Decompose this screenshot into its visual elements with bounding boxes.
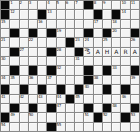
cell-r5c11[interactable] — [94, 38, 102, 46]
clue-number: 33 — [112, 66, 116, 70]
cell-r13c13[interactable] — [112, 113, 120, 121]
black-cell-r8c4 — [29, 66, 37, 74]
cell-r5c10[interactable]: 24 — [84, 38, 92, 46]
black-cell-r10c1 — [1, 85, 9, 93]
cell-r9c6[interactable]: 37 — [47, 76, 55, 84]
cell-r10c13[interactable] — [112, 85, 120, 93]
cell-r11c12[interactable] — [103, 95, 111, 103]
black-cell-r13c1 — [1, 113, 9, 121]
clue-number: 21 — [1, 38, 5, 42]
cell-r6c8[interactable] — [66, 48, 74, 56]
clue-number: 38 — [94, 76, 98, 80]
cell-r6c14[interactable]: R — [121, 48, 129, 56]
cell-r12c5[interactable] — [38, 104, 46, 112]
cell-r10c10[interactable]: 40 — [84, 85, 92, 93]
cell-r3c4[interactable] — [29, 20, 37, 28]
cell-r1c14[interactable]: 10 — [121, 1, 129, 9]
cell-r11c13[interactable] — [112, 95, 120, 103]
black-cell-r12c15 — [131, 104, 139, 112]
clue-number: 47 — [57, 104, 61, 108]
cell-r2c10[interactable] — [84, 10, 92, 18]
cell-r3c2[interactable] — [10, 20, 18, 28]
cell-r3c6[interactable] — [47, 20, 55, 28]
black-cell-r12c2 — [10, 104, 18, 112]
clue-number: 20 — [112, 29, 116, 33]
clue-number: 8 — [94, 1, 96, 5]
cell-r10c11[interactable] — [94, 85, 102, 93]
cell-r11c7[interactable]: 44 — [57, 95, 65, 103]
cell-r2c3[interactable] — [20, 10, 28, 18]
cell-r9c7[interactable] — [57, 76, 65, 84]
cell-r1c2[interactable]: 1 — [10, 1, 18, 9]
cell-r14c4[interactable] — [29, 123, 37, 131]
cell-r13c3[interactable] — [20, 113, 28, 121]
cell-r8c5[interactable] — [38, 66, 46, 74]
cell-r1c7[interactable]: 5 — [57, 1, 65, 9]
cell-r4c13[interactable]: 20 — [112, 29, 120, 37]
clue-number: 23 — [75, 38, 79, 42]
cell-r2c4[interactable] — [29, 10, 37, 18]
cell-r2c9[interactable] — [75, 10, 83, 18]
cell-r7c5[interactable] — [38, 57, 46, 65]
cell-r8c8[interactable] — [66, 66, 74, 74]
cell-r13c2[interactable]: 49 — [10, 113, 18, 121]
cell-r14c7[interactable]: 55 — [57, 123, 65, 131]
clue-number: 48 — [112, 104, 116, 108]
cell-r8c13[interactable]: 33 — [112, 66, 120, 74]
clue-number: 36 — [29, 76, 33, 80]
black-cell-r10c12 — [103, 85, 111, 93]
black-cell-r10c3 — [20, 85, 28, 93]
cell-r14c15[interactable] — [131, 123, 139, 131]
cell-r6c13[interactable]: A — [112, 48, 120, 56]
black-cell-r14c6 — [47, 123, 55, 131]
black-cell-r2c11 — [94, 10, 102, 18]
cell-r7c14[interactable] — [121, 57, 129, 65]
clue-number: 24 — [84, 38, 88, 42]
black-cell-r12c12 — [103, 104, 111, 112]
cell-r11c6[interactable] — [47, 95, 55, 103]
filled-letter: H — [103, 49, 111, 56]
cell-r8c14[interactable] — [121, 66, 129, 74]
cell-r10c6[interactable] — [47, 85, 55, 93]
clue-number: 9 — [103, 1, 105, 5]
cell-r12c13[interactable]: 48 — [112, 104, 120, 112]
cell-r14c12[interactable] — [103, 123, 111, 131]
cell-r1c5[interactable] — [38, 1, 46, 9]
clue-number: 40 — [84, 85, 88, 89]
cell-r8c7[interactable]: 32 — [57, 66, 65, 74]
cell-r13c15[interactable]: 53 — [131, 113, 139, 121]
cell-r5c1[interactable]: 21 — [1, 38, 9, 46]
cell-r11c2[interactable] — [10, 95, 18, 103]
cell-r3c5[interactable]: 16 — [38, 20, 46, 28]
cell-r11c14[interactable]: 46 — [121, 95, 129, 103]
clue-number: 4 — [47, 1, 49, 5]
cell-r3c11[interactable]: 17 — [94, 20, 102, 28]
clue-number: 6 — [66, 1, 68, 5]
clue-number: 41 — [1, 95, 5, 99]
cell-r3c15[interactable] — [131, 20, 139, 28]
black-cell-r8c15 — [131, 66, 139, 74]
cell-r6c15[interactable]: A — [131, 48, 139, 56]
clue-number: 52 — [103, 113, 107, 117]
cell-r3c10[interactable] — [84, 20, 92, 28]
cell-r13c4[interactable]: 50 — [29, 113, 37, 121]
clue-number: 12 — [10, 10, 14, 14]
filled-letter: S — [84, 49, 92, 56]
clue-number: 26 — [131, 38, 135, 42]
clue-number: 22 — [29, 38, 33, 42]
cell-r12c9[interactable] — [75, 104, 83, 112]
cell-r1c15[interactable]: 11 — [131, 1, 139, 9]
black-cell-r10c5 — [38, 85, 46, 93]
cell-r12c14[interactable] — [121, 104, 129, 112]
cell-r7c2[interactable] — [10, 57, 18, 65]
clue-number: 19 — [57, 29, 61, 33]
cell-r9c3[interactable] — [20, 76, 28, 84]
cell-r9c4[interactable]: 36 — [29, 76, 37, 84]
cell-r9c12[interactable] — [103, 76, 111, 84]
cell-r7c4[interactable] — [29, 57, 37, 65]
cell-r11c15[interactable] — [131, 95, 139, 103]
cell-r7c8[interactable] — [66, 57, 74, 65]
cell-r7c10[interactable] — [84, 57, 92, 65]
clue-number: 13 — [47, 10, 51, 14]
cell-r13c8[interactable] — [66, 113, 74, 121]
cell-r5c12[interactable]: 25 — [103, 38, 111, 46]
cell-r11c4[interactable] — [29, 95, 37, 103]
cell-r12c11[interactable] — [94, 104, 102, 112]
cell-r5c13[interactable] — [112, 38, 120, 46]
clue-number: 37 — [47, 76, 51, 80]
cell-r3c12[interactable] — [103, 20, 111, 28]
cell-r9c2[interactable]: 35 — [10, 76, 18, 84]
black-cell-r6c6 — [47, 48, 55, 56]
cell-r7c12[interactable] — [103, 57, 111, 65]
cell-r9c9[interactable] — [75, 76, 83, 84]
black-cell-r8c2 — [10, 66, 18, 74]
cell-r2c7[interactable] — [57, 10, 65, 18]
clue-number: 55 — [57, 123, 61, 127]
cell-r5c14[interactable] — [121, 38, 129, 46]
cell-r2c2[interactable]: 12 — [10, 10, 18, 18]
cell-r13c9[interactable] — [75, 113, 83, 121]
clue-number: 50 — [29, 113, 33, 117]
clue-number: 35 — [10, 76, 14, 80]
clue-number: 42 — [20, 95, 24, 99]
black-cell-r4c10 — [84, 29, 92, 37]
clue-number: 28 — [57, 48, 61, 52]
black-cell-r9c10 — [84, 76, 92, 84]
clue-number: 17 — [94, 20, 98, 24]
cell-r12c3[interactable] — [20, 104, 28, 112]
black-cell-r8c12 — [103, 66, 111, 74]
black-cell-r4c4 — [29, 29, 37, 37]
clue-number: 25 — [103, 38, 107, 42]
black-cell-r5c8 — [66, 38, 74, 46]
black-cell-r10c9 — [75, 85, 83, 93]
clue-number: 32 — [57, 66, 61, 70]
cell-r4c11[interactable] — [94, 29, 102, 37]
cell-r14c3[interactable] — [20, 123, 28, 131]
cell-r14c9[interactable] — [75, 123, 83, 131]
cell-r14c5[interactable] — [38, 123, 46, 131]
cell-r6c5[interactable] — [38, 48, 46, 56]
cell-r4c9[interactable] — [75, 29, 83, 37]
clue-number: 14 — [121, 10, 125, 14]
clue-number: 30 — [1, 57, 5, 61]
clue-number: 1 — [10, 1, 12, 5]
cell-r6c4[interactable] — [29, 48, 37, 56]
clue-number: 16 — [38, 20, 42, 24]
cell-r5c15[interactable]: 26 — [131, 38, 139, 46]
cell-r1c12[interactable]: 9 — [103, 1, 111, 9]
cell-r1c8[interactable]: 6 — [66, 1, 74, 9]
cell-r14c11[interactable] — [94, 123, 102, 131]
cell-r13c10[interactable]: 51 — [84, 113, 92, 121]
cell-r6c7[interactable]: 28 — [57, 48, 65, 56]
cell-r4c8[interactable] — [66, 29, 74, 37]
clue-number: 15 — [1, 20, 5, 24]
cell-r7c1[interactable]: 30 — [1, 57, 9, 65]
cell-r5c6[interactable] — [47, 38, 55, 46]
crossword-grid: 1234567891011121314151617181920212223242… — [0, 0, 140, 132]
cell-r11c3[interactable]: 42 — [20, 95, 28, 103]
clue-number: 44 — [57, 95, 61, 99]
black-cell-r4c15 — [131, 29, 139, 37]
cell-r12c8[interactable] — [66, 104, 74, 112]
cell-r11c5[interactable]: 43 — [38, 95, 46, 103]
clue-number: 43 — [38, 95, 42, 99]
cell-r2c12[interactable] — [103, 10, 111, 18]
clue-number: 51 — [84, 113, 88, 117]
black-cell-r2c5 — [38, 10, 46, 18]
black-cell-r8c10 — [84, 66, 92, 74]
cell-r14c1[interactable]: 54 — [1, 123, 9, 131]
cell-r7c11[interactable] — [94, 57, 102, 65]
cell-r1c11[interactable]: 8 — [94, 1, 102, 9]
cell-r6c1[interactable] — [1, 48, 9, 56]
cell-r4c1[interactable] — [1, 29, 9, 37]
cell-r4c7[interactable]: 19 — [57, 29, 65, 37]
clue-number: 5 — [57, 1, 59, 5]
cell-r5c3[interactable] — [20, 38, 28, 46]
cell-r11c11[interactable] — [94, 95, 102, 103]
cell-r7c15[interactable] — [131, 57, 139, 65]
cell-r5c2[interactable] — [10, 38, 18, 46]
cell-r3c14[interactable] — [121, 20, 129, 28]
cell-r11c9[interactable]: 45 — [75, 95, 83, 103]
cell-r4c5[interactable] — [38, 29, 46, 37]
black-cell-r6c2 — [10, 48, 18, 56]
cell-r5c5[interactable] — [38, 38, 46, 46]
cell-r9c14[interactable] — [121, 76, 129, 84]
black-cell-r4c2 — [10, 29, 18, 37]
clue-number: 3 — [29, 1, 31, 5]
filled-letter: R — [121, 49, 129, 56]
cell-r6c11[interactable]: A — [94, 48, 102, 56]
cell-r8c3[interactable] — [20, 66, 28, 74]
cell-r14c13[interactable] — [112, 123, 120, 131]
black-cell-r1c1 — [1, 1, 9, 9]
cell-r2c14[interactable]: 14 — [121, 10, 129, 18]
cell-r7c3[interactable] — [20, 57, 28, 65]
cell-r9c5[interactable] — [38, 76, 46, 84]
black-cell-r12c10 — [84, 104, 92, 112]
cell-r10c8[interactable] — [66, 85, 74, 93]
cell-r6c12[interactable]: H — [103, 48, 111, 56]
cell-r3c3[interactable] — [20, 20, 28, 28]
cell-r5c7[interactable] — [57, 38, 65, 46]
cell-r1c13[interactable] — [112, 1, 120, 9]
cell-r8c9[interactable] — [75, 66, 83, 74]
cell-r1c9[interactable]: 7 — [75, 1, 83, 9]
cell-r8c1[interactable] — [1, 66, 9, 74]
cell-r13c12[interactable]: 52 — [103, 113, 111, 121]
clue-number: 45 — [75, 95, 79, 99]
cell-r13c6[interactable] — [47, 113, 55, 121]
clue-number: 2 — [20, 1, 22, 5]
clue-number: 7 — [75, 1, 77, 5]
black-cell-r12c6 — [47, 104, 55, 112]
cell-r14c2[interactable] — [10, 123, 18, 131]
black-cell-r11c8 — [66, 95, 74, 103]
filled-letter: A — [94, 49, 102, 56]
cell-r10c15[interactable] — [131, 85, 139, 93]
cell-r3c13[interactable]: 18 — [112, 20, 120, 28]
clue-number: 18 — [112, 20, 116, 24]
black-cell-r6c9 — [75, 48, 83, 56]
cell-r1c4[interactable]: 3 — [29, 1, 37, 9]
cell-r3c9[interactable] — [75, 20, 83, 28]
cell-r1c6[interactable]: 4 — [47, 1, 55, 9]
clue-number: 46 — [121, 95, 125, 99]
cell-r11c1[interactable]: 41 — [1, 95, 9, 103]
cell-r9c11[interactable]: 38 — [94, 76, 102, 84]
clue-number: 39 — [131, 76, 135, 80]
black-cell-r13c11 — [94, 113, 102, 121]
cell-r9c15[interactable]: 39 — [131, 76, 139, 84]
cell-r4c3[interactable] — [20, 29, 28, 37]
cell-r2c8[interactable] — [66, 10, 74, 18]
cell-r8c11[interactable] — [94, 66, 102, 74]
black-cell-r10c7 — [57, 85, 65, 93]
clue-number: 31 — [75, 57, 79, 61]
cell-r10c2[interactable] — [10, 85, 18, 93]
cell-r6c3[interactable]: 27 — [20, 48, 28, 56]
clue-number: 54 — [1, 123, 5, 127]
clue-number: 11 — [131, 1, 135, 5]
cell-r5c4[interactable]: 22 — [29, 38, 37, 46]
clue-number: 34 — [1, 76, 5, 80]
clue-number: 10 — [121, 1, 125, 5]
cell-r3c8[interactable] — [66, 20, 74, 28]
cell-r7c13[interactable] — [112, 57, 120, 65]
cell-r13c7[interactable] — [57, 113, 65, 121]
black-cell-r10c14 — [121, 85, 129, 93]
clue-number: 53 — [131, 113, 135, 117]
black-cell-r2c13 — [112, 10, 120, 18]
filled-letter: A — [112, 49, 120, 56]
cell-r9c13[interactable] — [112, 76, 120, 84]
cell-r12c7[interactable]: 47 — [57, 104, 65, 112]
black-cell-r8c6 — [47, 66, 55, 74]
cell-r11c10[interactable] — [84, 95, 92, 103]
cell-r3c1[interactable]: 15 — [1, 20, 9, 28]
cell-r3c7[interactable] — [57, 20, 65, 28]
cell-r14c14[interactable] — [121, 123, 129, 131]
cell-r14c10[interactable] — [84, 123, 92, 131]
cell-r12c1[interactable] — [1, 104, 9, 112]
cell-r4c14[interactable] — [121, 29, 129, 37]
black-cell-r4c12 — [103, 29, 111, 37]
cell-r1c3[interactable]: 2 — [20, 1, 28, 9]
cell-r7c6[interactable] — [47, 57, 55, 65]
cell-r2c6[interactable]: 13 — [47, 10, 55, 18]
filled-letter: A — [131, 49, 139, 56]
black-cell-r12c4 — [29, 104, 37, 112]
cell-r2c15[interactable] — [131, 10, 139, 18]
cell-r13c5[interactable] — [38, 113, 46, 121]
cell-r9c8[interactable] — [66, 76, 74, 84]
clue-number: 27 — [20, 48, 24, 52]
cell-r6c10[interactable]: 29S — [84, 48, 92, 56]
black-cell-r4c6 — [47, 29, 55, 37]
cell-r7c9[interactable]: 31 — [75, 57, 83, 65]
black-cell-r1c10 — [84, 1, 92, 9]
black-cell-r2c1 — [1, 10, 9, 18]
cell-r5c9[interactable]: 23 — [75, 38, 83, 46]
cell-r10c4[interactable] — [29, 85, 37, 93]
black-cell-r13c14 — [121, 113, 129, 121]
clue-number: 49 — [10, 113, 14, 117]
cell-r7c7[interactable] — [57, 57, 65, 65]
cell-r9c1[interactable]: 34 — [1, 76, 9, 84]
cell-r14c8[interactable] — [66, 123, 74, 131]
